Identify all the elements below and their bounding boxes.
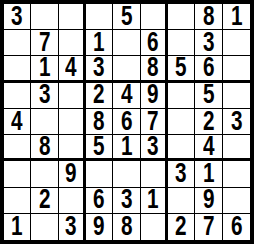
cell-r3c9[interactable]	[223, 56, 250, 82]
cell-r4c5[interactable]: 4	[113, 83, 140, 109]
cell-r8c3[interactable]	[59, 188, 86, 214]
given-digit: 2	[175, 214, 187, 240]
cell-r2c4[interactable]: 1	[86, 30, 113, 56]
cell-r5c1[interactable]: 4	[4, 109, 31, 135]
given-digit: 8	[93, 109, 105, 135]
cell-r6c4[interactable]: 5	[86, 135, 113, 161]
cell-r6c9[interactable]	[223, 135, 250, 161]
given-digit: 6	[147, 30, 159, 56]
given-digit: 3	[93, 56, 105, 82]
given-digit: 5	[93, 135, 105, 161]
cell-r3c1[interactable]	[4, 56, 31, 82]
cell-r1c5[interactable]: 5	[113, 4, 140, 30]
cell-r4c8[interactable]: 5	[195, 83, 222, 109]
cell-r8c5[interactable]: 3	[113, 188, 140, 214]
cell-r2c1[interactable]	[4, 30, 31, 56]
given-digit: 4	[203, 135, 215, 161]
cell-r5c8[interactable]: 2	[195, 109, 222, 135]
cell-r1c8[interactable]: 8	[195, 4, 222, 30]
given-digit: 3	[121, 188, 133, 214]
cell-r3c7[interactable]: 5	[168, 56, 195, 82]
given-digit: 2	[203, 109, 215, 135]
cell-r9c8[interactable]: 7	[195, 214, 222, 240]
cell-r9c1[interactable]: 1	[4, 214, 31, 240]
cell-r2c5[interactable]	[113, 30, 140, 56]
given-digit: 2	[39, 188, 51, 214]
cell-r7c7[interactable]: 3	[168, 161, 195, 187]
cell-r1c9[interactable]: 1	[223, 4, 250, 30]
cell-r4c6[interactable]: 9	[141, 83, 168, 109]
given-digit: 5	[175, 56, 187, 82]
cell-r1c7[interactable]	[168, 4, 195, 30]
given-digit: 8	[39, 135, 51, 161]
given-digit: 1	[203, 161, 215, 187]
cell-r1c3[interactable]	[59, 4, 86, 30]
given-digit: 6	[203, 56, 215, 82]
given-digit: 3	[147, 135, 159, 161]
given-digit: 8	[203, 4, 215, 30]
cell-r6c7[interactable]	[168, 135, 195, 161]
cell-r7c6[interactable]	[141, 161, 168, 187]
cell-r4c2[interactable]: 3	[31, 83, 58, 109]
given-digit: 1	[147, 188, 159, 214]
given-digit: 6	[93, 188, 105, 214]
cell-r1c1[interactable]: 3	[4, 4, 31, 30]
cell-r7c8[interactable]: 1	[195, 161, 222, 187]
given-digit: 4	[121, 83, 133, 109]
cell-r7c1[interactable]	[4, 161, 31, 187]
cell-r8c7[interactable]	[168, 188, 195, 214]
given-digit: 1	[231, 4, 243, 30]
cell-r1c2[interactable]	[31, 4, 58, 30]
cell-r7c3[interactable]: 9	[59, 161, 86, 187]
sudoku-board: 3581716314385632495486723851349312631913…	[0, 0, 254, 244]
cell-r5c4[interactable]: 8	[86, 109, 113, 135]
cell-r5c3[interactable]	[59, 109, 86, 135]
given-digit: 1	[39, 56, 51, 82]
given-digit: 9	[93, 214, 105, 240]
given-digit: 9	[147, 83, 159, 109]
cell-r5c7[interactable]	[168, 109, 195, 135]
cell-r2c9[interactable]	[223, 30, 250, 56]
cell-r5c9[interactable]: 3	[223, 109, 250, 135]
given-digit: 7	[203, 214, 215, 240]
cell-r3c6[interactable]: 8	[141, 56, 168, 82]
given-digit: 8	[121, 214, 133, 240]
given-digit: 3	[203, 30, 215, 56]
cell-r7c9[interactable]	[223, 161, 250, 187]
cell-r9c3[interactable]: 3	[59, 214, 86, 240]
cell-r3c3[interactable]: 4	[59, 56, 86, 82]
given-digit: 7	[147, 109, 159, 135]
cell-r2c6[interactable]: 6	[141, 30, 168, 56]
given-digit: 7	[39, 30, 51, 56]
given-digit: 1	[121, 135, 133, 161]
given-digit: 1	[93, 30, 105, 56]
cell-r4c7[interactable]	[168, 83, 195, 109]
cell-r7c2[interactable]	[31, 161, 58, 187]
cell-r8c6[interactable]: 1	[141, 188, 168, 214]
given-digit: 3	[11, 4, 23, 30]
cell-r5c5[interactable]: 6	[113, 109, 140, 135]
cell-r9c2[interactable]	[31, 214, 58, 240]
given-digit: 6	[231, 214, 243, 240]
cell-r6c3[interactable]	[59, 135, 86, 161]
cell-r8c4[interactable]: 6	[86, 188, 113, 214]
cell-r1c6[interactable]	[141, 4, 168, 30]
cell-r8c9[interactable]	[223, 188, 250, 214]
cell-r6c6[interactable]: 3	[141, 135, 168, 161]
cell-r3c4[interactable]: 3	[86, 56, 113, 82]
cell-r8c2[interactable]: 2	[31, 188, 58, 214]
given-digit: 9	[203, 188, 215, 214]
cell-r4c9[interactable]	[223, 83, 250, 109]
given-digit: 1	[11, 214, 23, 240]
cell-r2c2[interactable]: 7	[31, 30, 58, 56]
cell-r9c4[interactable]: 9	[86, 214, 113, 240]
given-digit: 2	[93, 83, 105, 109]
cell-r5c6[interactable]: 7	[141, 109, 168, 135]
cell-r7c4[interactable]	[86, 161, 113, 187]
cell-r2c8[interactable]: 3	[195, 30, 222, 56]
given-digit: 9	[65, 161, 77, 187]
given-digit: 5	[121, 4, 133, 30]
given-digit: 4	[11, 109, 23, 135]
cell-r3c5[interactable]	[113, 56, 140, 82]
given-digit: 3	[175, 161, 187, 187]
cell-r4c3[interactable]	[59, 83, 86, 109]
given-digit: 5	[203, 83, 215, 109]
given-digit: 8	[147, 56, 159, 82]
cell-r2c7[interactable]	[168, 30, 195, 56]
cell-r5c2[interactable]	[31, 109, 58, 135]
given-digit: 6	[121, 109, 133, 135]
cell-r8c1[interactable]	[4, 188, 31, 214]
cell-r6c5[interactable]: 1	[113, 135, 140, 161]
given-digit: 4	[65, 56, 77, 82]
cell-r6c8[interactable]: 4	[195, 135, 222, 161]
given-digit: 3	[39, 83, 51, 109]
given-digit: 3	[65, 214, 77, 240]
cell-r9c7[interactable]: 2	[168, 214, 195, 240]
cell-r4c4[interactable]: 2	[86, 83, 113, 109]
cell-r2c3[interactable]	[59, 30, 86, 56]
cell-r1c4[interactable]	[86, 4, 113, 30]
cell-r4c1[interactable]	[4, 83, 31, 109]
cell-r8c8[interactable]: 9	[195, 188, 222, 214]
cell-r6c1[interactable]	[4, 135, 31, 161]
cell-r3c2[interactable]: 1	[31, 56, 58, 82]
given-digit: 3	[231, 109, 243, 135]
cell-r7c5[interactable]	[113, 161, 140, 187]
cell-r9c9[interactable]: 6	[223, 214, 250, 240]
cell-r3c8[interactable]: 6	[195, 56, 222, 82]
cell-r9c5[interactable]: 8	[113, 214, 140, 240]
cell-r6c2[interactable]: 8	[31, 135, 58, 161]
cell-r9c6[interactable]	[141, 214, 168, 240]
